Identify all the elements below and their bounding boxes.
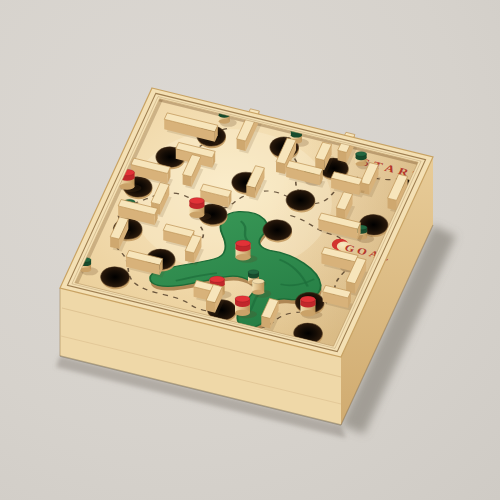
labyrinth-product-photo: STARTGOAL bbox=[0, 0, 500, 500]
labyrinth-scene: STARTGOAL bbox=[0, 0, 500, 500]
labyrinth-box: STARTGOAL bbox=[0, 0, 500, 500]
